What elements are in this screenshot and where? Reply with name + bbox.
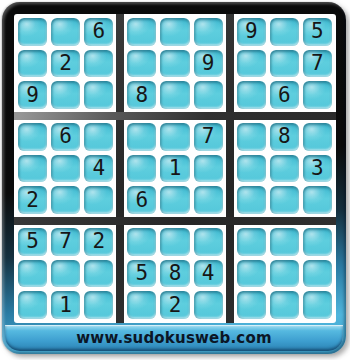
- cell-r3c6[interactable]: [194, 81, 223, 109]
- cell-r8c5[interactable]: 8: [160, 260, 189, 288]
- cell-r4c4[interactable]: [127, 123, 156, 151]
- cell-r6c2[interactable]: [51, 186, 80, 214]
- box-8: 5842: [127, 228, 222, 319]
- cell-r2c7[interactable]: [237, 50, 266, 78]
- cell-r6c1[interactable]: 2: [18, 186, 47, 214]
- cell-r4c8[interactable]: 8: [270, 123, 299, 151]
- cell-r2c5[interactable]: [160, 50, 189, 78]
- cell-r1c9[interactable]: 5: [303, 18, 332, 46]
- cell-r7c9[interactable]: [303, 228, 332, 256]
- cell-r1c6[interactable]: [194, 18, 223, 46]
- sudoku-grid: 6299895766427168357215842: [18, 18, 332, 319]
- footer-bar: www.sudokusweb.com: [5, 325, 343, 351]
- cell-r3c3[interactable]: [84, 81, 113, 109]
- cell-r1c5[interactable]: [160, 18, 189, 46]
- cell-r8c3[interactable]: [84, 260, 113, 288]
- cell-r9c5[interactable]: 2: [160, 291, 189, 319]
- cell-r7c4[interactable]: [127, 228, 156, 256]
- cell-r4c3[interactable]: [84, 123, 113, 151]
- cell-r4c2[interactable]: 6: [51, 123, 80, 151]
- cell-r4c6[interactable]: 7: [194, 123, 223, 151]
- cell-r3c8[interactable]: 6: [270, 81, 299, 109]
- cell-r1c7[interactable]: 9: [237, 18, 266, 46]
- cell-r9c6[interactable]: [194, 291, 223, 319]
- cell-r7c1[interactable]: 5: [18, 228, 47, 256]
- cell-r4c9[interactable]: [303, 123, 332, 151]
- cell-r3c7[interactable]: [237, 81, 266, 109]
- box-5: 716: [127, 123, 222, 214]
- cell-r7c2[interactable]: 7: [51, 228, 80, 256]
- cell-r8c1[interactable]: [18, 260, 47, 288]
- cell-r3c9[interactable]: [303, 81, 332, 109]
- cell-r3c4[interactable]: 8: [127, 81, 156, 109]
- cell-r5c3[interactable]: 4: [84, 155, 113, 183]
- box-2: 98: [127, 18, 222, 109]
- cell-r1c1[interactable]: [18, 18, 47, 46]
- cell-r9c2[interactable]: 1: [51, 291, 80, 319]
- cell-r7c5[interactable]: [160, 228, 189, 256]
- cell-r8c2[interactable]: [51, 260, 80, 288]
- cell-r6c7[interactable]: [237, 186, 266, 214]
- cell-r8c6[interactable]: 4: [194, 260, 223, 288]
- cell-r7c8[interactable]: [270, 228, 299, 256]
- cell-r6c4[interactable]: 6: [127, 186, 156, 214]
- cell-r2c1[interactable]: [18, 50, 47, 78]
- cell-r3c2[interactable]: [51, 81, 80, 109]
- cell-r5c6[interactable]: [194, 155, 223, 183]
- cell-r8c7[interactable]: [237, 260, 266, 288]
- cell-r6c5[interactable]: [160, 186, 189, 214]
- cell-r5c1[interactable]: [18, 155, 47, 183]
- cell-r9c9[interactable]: [303, 291, 332, 319]
- cell-r8c8[interactable]: [270, 260, 299, 288]
- cell-r4c7[interactable]: [237, 123, 266, 151]
- cell-r9c1[interactable]: [18, 291, 47, 319]
- cell-r2c2[interactable]: 2: [51, 50, 80, 78]
- cell-r6c3[interactable]: [84, 186, 113, 214]
- cell-r5c8[interactable]: [270, 155, 299, 183]
- website-url[interactable]: www.sudokusweb.com: [76, 329, 271, 347]
- sudoku-board: 6299895766427168357215842: [14, 14, 336, 323]
- cell-r7c7[interactable]: [237, 228, 266, 256]
- box-7: 5721: [18, 228, 113, 319]
- cell-r7c6[interactable]: [194, 228, 223, 256]
- cell-r6c8[interactable]: [270, 186, 299, 214]
- cell-r9c8[interactable]: [270, 291, 299, 319]
- cell-r8c9[interactable]: [303, 260, 332, 288]
- cell-r5c9[interactable]: 3: [303, 155, 332, 183]
- cell-r7c3[interactable]: 2: [84, 228, 113, 256]
- cell-r1c3[interactable]: 6: [84, 18, 113, 46]
- box-4: 642: [18, 123, 113, 214]
- cell-r5c2[interactable]: [51, 155, 80, 183]
- cell-r6c6[interactable]: [194, 186, 223, 214]
- cell-r1c8[interactable]: [270, 18, 299, 46]
- cell-r1c2[interactable]: [51, 18, 80, 46]
- box-3: 9576: [237, 18, 332, 109]
- cell-r2c6[interactable]: 9: [194, 50, 223, 78]
- sudoku-page: 6299895766427168357215842 www.sudokusweb…: [0, 0, 350, 360]
- cell-r5c7[interactable]: [237, 155, 266, 183]
- box-1: 629: [18, 18, 113, 109]
- box-9: [237, 228, 332, 319]
- cell-r2c9[interactable]: 7: [303, 50, 332, 78]
- board-frame: 6299895766427168357215842 www.sudokusweb…: [2, 2, 346, 354]
- cell-r4c5[interactable]: [160, 123, 189, 151]
- cell-r1c4[interactable]: [127, 18, 156, 46]
- cell-r9c4[interactable]: [127, 291, 156, 319]
- cell-r5c5[interactable]: 1: [160, 155, 189, 183]
- cell-r2c8[interactable]: [270, 50, 299, 78]
- cell-r6c9[interactable]: [303, 186, 332, 214]
- cell-r8c4[interactable]: 5: [127, 260, 156, 288]
- cell-r9c7[interactable]: [237, 291, 266, 319]
- box-6: 83: [237, 123, 332, 214]
- cell-r4c1[interactable]: [18, 123, 47, 151]
- cell-r2c4[interactable]: [127, 50, 156, 78]
- cell-r3c5[interactable]: [160, 81, 189, 109]
- cell-r9c3[interactable]: [84, 291, 113, 319]
- cell-r5c4[interactable]: [127, 155, 156, 183]
- cell-r3c1[interactable]: 9: [18, 81, 47, 109]
- cell-r2c3[interactable]: [84, 50, 113, 78]
